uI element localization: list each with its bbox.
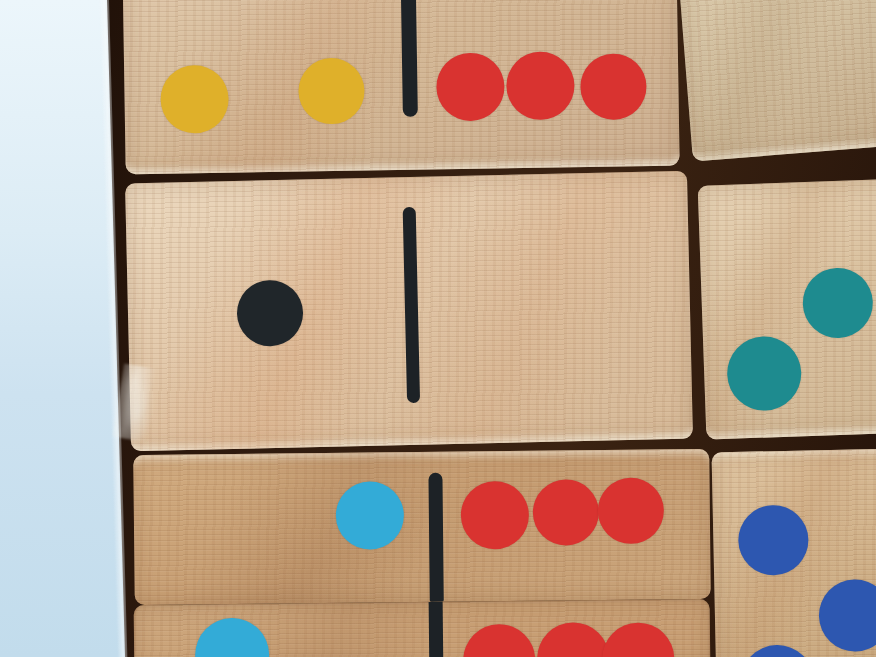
- pip-black: [236, 279, 303, 346]
- pip-red: [602, 622, 675, 657]
- pip-teal: [802, 267, 874, 339]
- pip-red: [506, 51, 575, 120]
- pip-yellow: [298, 58, 365, 125]
- divider-line: [428, 473, 443, 602]
- pip-blue: [740, 644, 816, 657]
- divider-line: [429, 602, 444, 657]
- domino-teal-partial[interactable]: [698, 178, 876, 439]
- divider-line: [401, 0, 418, 117]
- pip-blue: [738, 504, 809, 575]
- domino-cyan-red3-bottom-edge[interactable]: [134, 599, 711, 657]
- divider-line: [403, 207, 420, 403]
- pip-red: [580, 53, 647, 120]
- pip-yellow: [160, 65, 229, 134]
- domino-box-photo: [0, 0, 876, 657]
- domino-black1-blank[interactable]: [125, 171, 693, 452]
- pip-blue: [818, 579, 876, 652]
- pip-red: [533, 479, 600, 546]
- pip-cyan: [336, 481, 405, 550]
- domino-cyan1-red3[interactable]: [133, 449, 711, 605]
- domino-blank-top-right[interactable]: [676, 0, 876, 161]
- pip-cyan: [195, 618, 270, 657]
- pip-red: [463, 624, 536, 657]
- domino-yellow2-red3[interactable]: [122, 0, 679, 174]
- domino-blue-partial[interactable]: [712, 448, 876, 657]
- pip-red: [537, 622, 610, 657]
- pip-red: [436, 52, 505, 121]
- pip-teal: [726, 335, 803, 412]
- pip-red: [597, 477, 664, 544]
- pip-red: [461, 481, 530, 550]
